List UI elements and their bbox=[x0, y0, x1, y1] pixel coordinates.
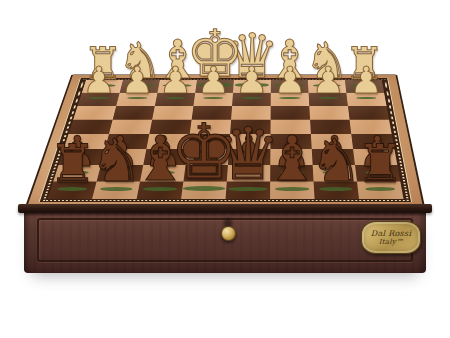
piece-white-pawn-b2[interactable]: ♟ bbox=[311, 62, 344, 99]
piece-white-pawn-g2[interactable]: ♟ bbox=[121, 62, 154, 99]
piece-white-pawn-a2[interactable]: ♟ bbox=[350, 62, 383, 99]
square-h3[interactable] bbox=[73, 106, 116, 120]
board-lid-edge bbox=[18, 204, 432, 213]
piece-black-knight-g8[interactable]: ♞ bbox=[90, 131, 143, 190]
piece-white-pawn-d2[interactable]: ♟ bbox=[235, 62, 268, 99]
piece-white-pawn-c2[interactable]: ♟ bbox=[273, 62, 306, 99]
square-g3[interactable] bbox=[113, 106, 155, 120]
piece-white-pawn-e2[interactable]: ♟ bbox=[197, 62, 230, 99]
square-a3[interactable] bbox=[348, 106, 389, 120]
square-b3[interactable] bbox=[309, 106, 349, 120]
chess-set-photo: Dal Rossi Italy™ ♜♞♝♛♚♝♞♜♟♟♟♟♟♟♟♟♟♟♟♟♟♟♟… bbox=[0, 0, 450, 338]
piece-black-rook-h8[interactable]: ♜ bbox=[49, 137, 97, 190]
piece-white-pawn-h2[interactable]: ♟ bbox=[82, 62, 115, 99]
piece-black-rook-a8[interactable]: ♜ bbox=[356, 137, 404, 190]
piece-white-pawn-f2[interactable]: ♟ bbox=[159, 62, 192, 99]
